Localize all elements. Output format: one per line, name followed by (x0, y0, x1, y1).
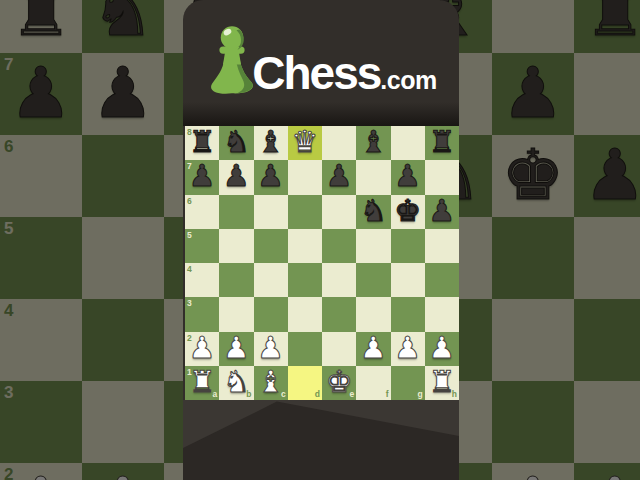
square-h3[interactable] (425, 297, 459, 331)
board-top-shadow (183, 102, 459, 126)
square-g3[interactable] (391, 297, 425, 331)
square-c3[interactable] (254, 297, 288, 331)
black-bishop-f8: ♝ (360, 127, 387, 157)
video-strip: Chess .com 8♜♞♝♛♝♜7♟♟♟♟♟6♞♚♟5432♟♟♟♟♟♟1a… (183, 0, 459, 480)
square-h6[interactable]: ♟ (425, 195, 459, 229)
rank-label-5: 5 (187, 231, 192, 240)
white-queen-d8: ♛ (291, 127, 318, 157)
square-b1[interactable]: b♞ (219, 366, 253, 400)
square-h1[interactable]: h♜ (425, 366, 459, 400)
rank-label-3: 3 (187, 299, 192, 308)
square-h8[interactable]: ♜ (425, 126, 459, 160)
square-c1[interactable]: c♝ (254, 366, 288, 400)
square-f1[interactable]: f (356, 366, 390, 400)
square-a1[interactable]: 1a♜ (185, 366, 219, 400)
black-pawn-h6: ♟ (428, 196, 455, 226)
square-b6[interactable] (219, 195, 253, 229)
square-f5[interactable] (356, 229, 390, 263)
white-pawn-f2: ♟ (360, 333, 387, 363)
white-pawn-c2: ♟ (257, 333, 284, 363)
black-king-g6: ♚ (394, 196, 421, 226)
square-d3[interactable] (288, 297, 322, 331)
square-b4[interactable] (219, 263, 253, 297)
square-a5[interactable]: 5 (185, 229, 219, 263)
white-pawn-a2: ♟ (189, 333, 216, 363)
square-g4[interactable] (391, 263, 425, 297)
video-frame: 8♜♞♝♛♝♜7♟♟♟♟♟6♞♚♟5432♟♟♟♟♟♟1♜♞♝♚♜ Chess … (0, 0, 640, 480)
rank-label-6: 6 (187, 197, 192, 206)
square-c4[interactable] (254, 263, 288, 297)
white-bishop-c1: ♝ (257, 367, 284, 397)
black-pawn-g7: ♟ (394, 161, 421, 191)
square-f2[interactable]: ♟ (356, 332, 390, 366)
white-pawn-g2: ♟ (394, 333, 421, 363)
square-g5[interactable] (391, 229, 425, 263)
square-f3[interactable] (356, 297, 390, 331)
white-king-e1: ♚ (326, 367, 353, 397)
square-d6[interactable] (288, 195, 322, 229)
square-e1[interactable]: e♚ (322, 366, 356, 400)
square-d2[interactable] (288, 332, 322, 366)
table-shadow-trapezoid (183, 400, 459, 480)
square-d4[interactable] (288, 263, 322, 297)
black-knight-f6: ♞ (360, 196, 387, 226)
square-h4[interactable] (425, 263, 459, 297)
square-g7[interactable]: ♟ (391, 160, 425, 194)
black-pawn-a7: ♟ (189, 161, 216, 191)
square-e6[interactable] (322, 195, 356, 229)
square-g2[interactable]: ♟ (391, 332, 425, 366)
square-c8[interactable]: ♝ (254, 126, 288, 160)
white-pawn-h2: ♟ (428, 333, 455, 363)
square-g8[interactable] (391, 126, 425, 160)
chessboard: 8♜♞♝♛♝♜7♟♟♟♟♟6♞♚♟5432♟♟♟♟♟♟1a♜b♞c♝de♚fgh… (185, 126, 459, 400)
square-f4[interactable] (356, 263, 390, 297)
black-bishop-c8: ♝ (257, 127, 284, 157)
square-h7[interactable] (425, 160, 459, 194)
square-a2[interactable]: 2♟ (185, 332, 219, 366)
brand-name: Chess (252, 50, 380, 96)
square-a6[interactable]: 6 (185, 195, 219, 229)
square-d8[interactable]: ♛ (288, 126, 322, 160)
white-rook-a1: ♜ (189, 367, 216, 397)
white-rook-h1: ♜ (428, 367, 455, 397)
square-b8[interactable]: ♞ (219, 126, 253, 160)
square-h2[interactable]: ♟ (425, 332, 459, 366)
white-knight-b1: ♞ (223, 367, 250, 397)
square-c5[interactable] (254, 229, 288, 263)
square-c7[interactable]: ♟ (254, 160, 288, 194)
square-h5[interactable] (425, 229, 459, 263)
square-e4[interactable] (322, 263, 356, 297)
file-label-g: g (418, 390, 423, 399)
square-b7[interactable]: ♟ (219, 160, 253, 194)
square-e2[interactable] (322, 332, 356, 366)
black-pawn-e7: ♟ (326, 161, 353, 191)
square-e8[interactable] (322, 126, 356, 160)
square-e3[interactable] (322, 297, 356, 331)
square-d1[interactable]: d (288, 366, 322, 400)
square-a4[interactable]: 4 (185, 263, 219, 297)
square-c2[interactable]: ♟ (254, 332, 288, 366)
square-b3[interactable] (219, 297, 253, 331)
brand-suffix: .com (380, 68, 436, 96)
rank-label-4: 4 (187, 265, 192, 274)
below-board-area (183, 400, 459, 480)
square-c6[interactable] (254, 195, 288, 229)
green-pawn-logo-icon (205, 24, 259, 96)
white-pawn-b2: ♟ (223, 333, 250, 363)
square-d5[interactable] (288, 229, 322, 263)
black-knight-b8: ♞ (223, 127, 250, 157)
black-pawn-c7: ♟ (257, 161, 284, 191)
square-g1[interactable]: g (391, 366, 425, 400)
square-f6[interactable]: ♞ (356, 195, 390, 229)
square-a3[interactable]: 3 (185, 297, 219, 331)
chesscom-logo: Chess .com (183, 20, 459, 96)
file-label-f: f (386, 390, 389, 399)
square-a7[interactable]: 7♟ (185, 160, 219, 194)
square-f7[interactable] (356, 160, 390, 194)
square-b2[interactable]: ♟ (219, 332, 253, 366)
square-b5[interactable] (219, 229, 253, 263)
square-d7[interactable] (288, 160, 322, 194)
file-label-d: d (315, 390, 320, 399)
black-pawn-b7: ♟ (223, 161, 250, 191)
square-e7[interactable]: ♟ (322, 160, 356, 194)
black-rook-a8: ♜ (189, 127, 216, 157)
black-rook-h8: ♜ (428, 127, 455, 157)
square-g6[interactable]: ♚ (391, 195, 425, 229)
square-a8[interactable]: 8♜ (185, 126, 219, 160)
square-f8[interactable]: ♝ (356, 126, 390, 160)
square-e5[interactable] (322, 229, 356, 263)
